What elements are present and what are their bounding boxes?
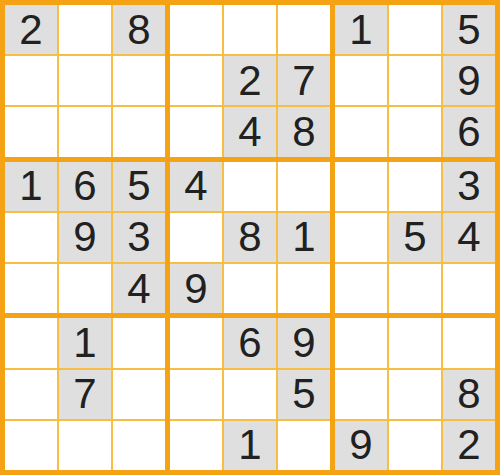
cell-r7c3[interactable] bbox=[113, 318, 165, 367]
cell-r2c5-given: 2 bbox=[224, 56, 276, 105]
cell-r4c5[interactable] bbox=[224, 162, 276, 211]
cell-r1c6[interactable] bbox=[278, 5, 330, 54]
cell-r7c1[interactable] bbox=[5, 318, 57, 367]
cell-r9c8[interactable] bbox=[389, 421, 441, 470]
cell-r4c8[interactable] bbox=[389, 162, 441, 211]
cell-r3c9-given: 6 bbox=[443, 107, 495, 156]
cell-r8c6-given: 5 bbox=[278, 370, 330, 419]
cell-r6c7[interactable] bbox=[335, 264, 387, 313]
cell-r1c1-given: 2 bbox=[5, 5, 57, 54]
cell-r3c6-given: 8 bbox=[278, 107, 330, 156]
cell-r6c9[interactable] bbox=[443, 264, 495, 313]
cell-r8c2-given: 7 bbox=[59, 370, 111, 419]
cell-r3c4[interactable] bbox=[170, 107, 222, 156]
cell-r5c6-given: 1 bbox=[278, 213, 330, 262]
cell-r1c5[interactable] bbox=[224, 5, 276, 54]
cell-r9c2[interactable] bbox=[59, 421, 111, 470]
sudoku-box-1: 28 bbox=[5, 5, 165, 157]
sudoku-board: 28274815961659344819354176951892 bbox=[0, 0, 500, 475]
cell-r1c7-given: 1 bbox=[335, 5, 387, 54]
cell-r6c3-given: 4 bbox=[113, 264, 165, 313]
cell-r1c9-given: 5 bbox=[443, 5, 495, 54]
cell-r4c2-given: 6 bbox=[59, 162, 111, 211]
cell-r7c7[interactable] bbox=[335, 318, 387, 367]
cell-r8c1[interactable] bbox=[5, 370, 57, 419]
sudoku-box-4: 165934 bbox=[5, 162, 165, 314]
cell-r2c6-given: 7 bbox=[278, 56, 330, 105]
cell-r1c8[interactable] bbox=[389, 5, 441, 54]
cell-r8c5[interactable] bbox=[224, 370, 276, 419]
cell-r3c7[interactable] bbox=[335, 107, 387, 156]
cell-r5c3-given: 3 bbox=[113, 213, 165, 262]
cell-r9c1[interactable] bbox=[5, 421, 57, 470]
cell-r5c2-given: 9 bbox=[59, 213, 111, 262]
cell-r7c5-given: 6 bbox=[224, 318, 276, 367]
cell-r2c9-given: 9 bbox=[443, 56, 495, 105]
cell-r9c6[interactable] bbox=[278, 421, 330, 470]
cell-r2c4[interactable] bbox=[170, 56, 222, 105]
cell-r6c5[interactable] bbox=[224, 264, 276, 313]
cell-r4c3-given: 5 bbox=[113, 162, 165, 211]
cell-r8c8[interactable] bbox=[389, 370, 441, 419]
cell-r2c2[interactable] bbox=[59, 56, 111, 105]
cell-r7c6-given: 9 bbox=[278, 318, 330, 367]
sudoku-box-5: 4819 bbox=[170, 162, 330, 314]
cell-r6c6[interactable] bbox=[278, 264, 330, 313]
cell-r7c2-given: 1 bbox=[59, 318, 111, 367]
cell-r5c8-given: 5 bbox=[389, 213, 441, 262]
cell-r2c1[interactable] bbox=[5, 56, 57, 105]
cell-r4c4-given: 4 bbox=[170, 162, 222, 211]
cell-r4c1-given: 1 bbox=[5, 162, 57, 211]
cell-r8c9-given: 8 bbox=[443, 370, 495, 419]
cell-r4c9-given: 3 bbox=[443, 162, 495, 211]
cell-r9c4[interactable] bbox=[170, 421, 222, 470]
cell-r6c2[interactable] bbox=[59, 264, 111, 313]
cell-r9c5-given: 1 bbox=[224, 421, 276, 470]
sudoku-box-2: 2748 bbox=[170, 5, 330, 157]
cell-r3c3[interactable] bbox=[113, 107, 165, 156]
cell-r1c3-given: 8 bbox=[113, 5, 165, 54]
cell-r8c4[interactable] bbox=[170, 370, 222, 419]
sudoku-box-6: 354 bbox=[335, 162, 495, 314]
cell-r5c1[interactable] bbox=[5, 213, 57, 262]
cell-r2c8[interactable] bbox=[389, 56, 441, 105]
sudoku-box-8: 6951 bbox=[170, 318, 330, 470]
cell-r1c4[interactable] bbox=[170, 5, 222, 54]
cell-r6c4-given: 9 bbox=[170, 264, 222, 313]
sudoku-box-3: 1596 bbox=[335, 5, 495, 157]
cell-r9c3[interactable] bbox=[113, 421, 165, 470]
cell-r5c7[interactable] bbox=[335, 213, 387, 262]
cell-r7c9[interactable] bbox=[443, 318, 495, 367]
cell-r3c8[interactable] bbox=[389, 107, 441, 156]
sudoku-box-7: 17 bbox=[5, 318, 165, 470]
cell-r3c5-given: 4 bbox=[224, 107, 276, 156]
cell-r3c1[interactable] bbox=[5, 107, 57, 156]
cell-r4c7[interactable] bbox=[335, 162, 387, 211]
cell-r1c2[interactable] bbox=[59, 5, 111, 54]
cell-r2c7[interactable] bbox=[335, 56, 387, 105]
cell-r3c2[interactable] bbox=[59, 107, 111, 156]
cell-r2c3[interactable] bbox=[113, 56, 165, 105]
sudoku-box-9: 892 bbox=[335, 318, 495, 470]
cell-r8c3[interactable] bbox=[113, 370, 165, 419]
cell-r5c4[interactable] bbox=[170, 213, 222, 262]
cell-r6c8[interactable] bbox=[389, 264, 441, 313]
cell-r5c5-given: 8 bbox=[224, 213, 276, 262]
cell-r8c7[interactable] bbox=[335, 370, 387, 419]
cell-r7c8[interactable] bbox=[389, 318, 441, 367]
cell-r9c7-given: 9 bbox=[335, 421, 387, 470]
cell-r7c4[interactable] bbox=[170, 318, 222, 367]
cell-r5c9-given: 4 bbox=[443, 213, 495, 262]
cell-r6c1[interactable] bbox=[5, 264, 57, 313]
cell-r9c9-given: 2 bbox=[443, 421, 495, 470]
cell-r4c6[interactable] bbox=[278, 162, 330, 211]
